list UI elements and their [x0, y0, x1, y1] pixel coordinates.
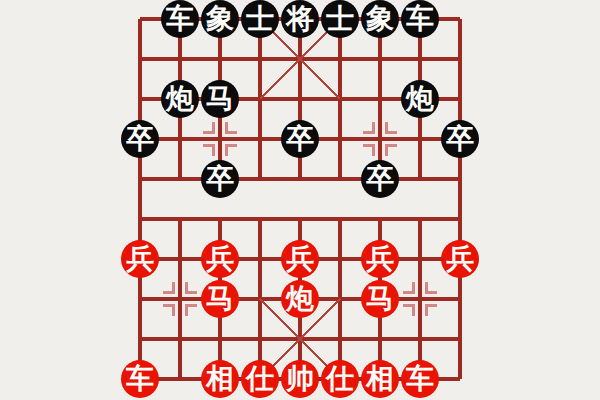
piece-black-elephant-right[interactable]: 象 — [361, 0, 399, 38]
marker-corner — [185, 304, 197, 316]
marker-corner — [203, 144, 215, 156]
marker-corner — [163, 304, 175, 316]
piece-black-chariot-right[interactable]: 车 — [401, 0, 439, 38]
marker-corner — [403, 282, 415, 294]
piece-black-pawn-2[interactable]: 卒 — [201, 160, 239, 198]
marker-corner — [363, 122, 375, 134]
piece-red-pawn-4[interactable]: 兵 — [361, 240, 399, 278]
marker-corner — [385, 144, 397, 156]
piece-red-horse-right[interactable]: 马 — [361, 280, 399, 318]
piece-red-horse-left[interactable]: 马 — [201, 280, 239, 318]
board-grid — [0, 0, 600, 400]
piece-black-advisor-left[interactable]: 士 — [241, 0, 279, 38]
piece-black-cannon-left[interactable]: 炮 — [161, 80, 199, 118]
marker-corner — [185, 282, 197, 294]
piece-black-pawn-4[interactable]: 卒 — [361, 160, 399, 198]
marker-corner — [403, 304, 415, 316]
piece-red-chariot-right[interactable]: 车 — [401, 360, 439, 398]
piece-black-pawn-1[interactable]: 卒 — [121, 120, 159, 158]
app-canvas: 车象士将士象车炮马炮卒卒卒卒卒兵兵兵兵兵马炮马车相仕帅仕相车 — [0, 0, 600, 400]
piece-black-pawn-3[interactable]: 卒 — [281, 120, 319, 158]
marker-corner — [163, 282, 175, 294]
piece-black-chariot-left[interactable]: 车 — [161, 0, 199, 38]
piece-black-elephant-left[interactable]: 象 — [201, 0, 239, 38]
piece-red-elephant-right[interactable]: 相 — [361, 360, 399, 398]
piece-red-elephant-left[interactable]: 相 — [201, 360, 239, 398]
marker-corner — [203, 122, 215, 134]
marker-corner — [225, 122, 237, 134]
piece-red-pawn-5[interactable]: 兵 — [441, 240, 479, 278]
piece-black-general[interactable]: 将 — [281, 0, 319, 38]
piece-red-advisor-right[interactable]: 仕 — [321, 360, 359, 398]
piece-red-pawn-2[interactable]: 兵 — [201, 240, 239, 278]
piece-black-advisor-right[interactable]: 士 — [321, 0, 359, 38]
piece-black-horse[interactable]: 马 — [201, 80, 239, 118]
piece-black-pawn-5[interactable]: 卒 — [441, 120, 479, 158]
xiangqi-board[interactable]: 车象士将士象车炮马炮卒卒卒卒卒兵兵兵兵兵马炮马车相仕帅仕相车 — [0, 0, 600, 400]
piece-red-advisor-left[interactable]: 仕 — [241, 360, 279, 398]
piece-black-cannon-right[interactable]: 炮 — [401, 80, 439, 118]
piece-red-cannon[interactable]: 炮 — [281, 280, 319, 318]
piece-red-general[interactable]: 帅 — [281, 360, 319, 398]
marker-corner — [425, 304, 437, 316]
marker-corner — [425, 282, 437, 294]
piece-red-chariot-left[interactable]: 车 — [121, 360, 159, 398]
marker-corner — [225, 144, 237, 156]
piece-red-pawn-1[interactable]: 兵 — [121, 240, 159, 278]
marker-corner — [385, 122, 397, 134]
marker-corner — [363, 144, 375, 156]
piece-red-pawn-3[interactable]: 兵 — [281, 240, 319, 278]
